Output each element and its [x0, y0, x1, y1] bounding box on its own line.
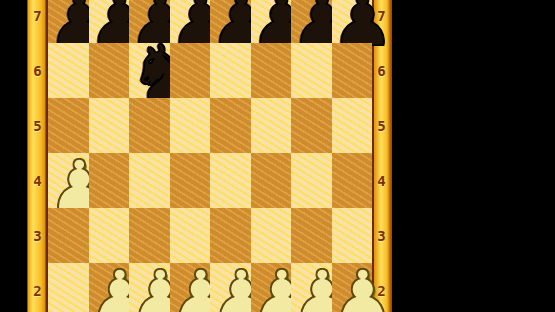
square-f7[interactable]: ♟	[251, 0, 292, 43]
square-d2[interactable]: ♟	[170, 263, 211, 312]
rank-label-left-5: 5	[27, 98, 48, 153]
game-screen: ♟♟♟♟♟♟♟♟♞♟♟♟♟♟♟♟♟ 7 6 5 4 3 2 7 6 5 4 3 …	[0, 0, 555, 312]
square-g2[interactable]: ♟	[291, 263, 332, 312]
square-b2[interactable]: ♟	[89, 263, 130, 312]
square-d4[interactable]	[170, 153, 211, 208]
rank-label-left-6: 6	[27, 43, 48, 98]
square-a3[interactable]	[48, 208, 89, 263]
square-c2[interactable]: ♟	[129, 263, 170, 312]
square-h4[interactable]	[332, 153, 373, 208]
square-g6[interactable]	[291, 43, 332, 98]
square-a2[interactable]	[48, 263, 89, 312]
square-e6[interactable]	[210, 43, 251, 98]
square-a4[interactable]: ♟	[48, 153, 89, 208]
square-h6[interactable]	[332, 43, 373, 98]
rank-label-left-2: 2	[27, 263, 48, 312]
rank-label-right-5: 5	[371, 98, 392, 153]
square-f4[interactable]	[251, 153, 292, 208]
white-pawn[interactable]: ♟	[129, 261, 170, 312]
rank-label-left-3: 3	[27, 208, 48, 263]
square-g5[interactable]	[291, 98, 332, 153]
rank-label-right-6: 6	[371, 43, 392, 98]
square-h2[interactable]: ♟	[332, 263, 373, 312]
square-a7[interactable]: ♟	[48, 0, 89, 43]
square-f5[interactable]	[251, 98, 292, 153]
white-pawn[interactable]: ♟	[210, 261, 251, 312]
square-c6[interactable]: ♞	[129, 43, 170, 98]
square-b7[interactable]: ♟	[89, 0, 130, 43]
rank-label-right-2: 2	[371, 263, 392, 312]
square-b6[interactable]	[89, 43, 130, 98]
square-d6[interactable]	[170, 43, 211, 98]
square-h7[interactable]: ♟	[332, 0, 373, 43]
rank-label-right-7: 7	[371, 0, 392, 43]
square-b4[interactable]	[89, 153, 130, 208]
square-g4[interactable]	[291, 153, 332, 208]
square-c4[interactable]	[129, 153, 170, 208]
rank-label-right-4: 4	[371, 153, 392, 208]
square-a6[interactable]	[48, 43, 89, 98]
square-e5[interactable]	[210, 98, 251, 153]
chess-board: ♟♟♟♟♟♟♟♟♞♟♟♟♟♟♟♟♟	[48, 0, 372, 312]
square-g7[interactable]: ♟	[291, 0, 332, 43]
rank-label-left-4: 4	[27, 153, 48, 208]
white-pawn[interactable]: ♟	[291, 261, 332, 312]
square-e4[interactable]	[210, 153, 251, 208]
rank-label-right-3: 3	[371, 208, 392, 263]
square-f2[interactable]: ♟	[251, 263, 292, 312]
white-pawn[interactable]: ♟	[251, 261, 292, 312]
square-e7[interactable]: ♟	[210, 0, 251, 43]
square-c5[interactable]	[129, 98, 170, 153]
white-pawn[interactable]: ♟	[332, 261, 373, 312]
white-pawn[interactable]: ♟	[170, 261, 211, 312]
white-pawn[interactable]: ♟	[89, 261, 130, 312]
square-f6[interactable]	[251, 43, 292, 98]
square-d5[interactable]	[170, 98, 211, 153]
square-h5[interactable]	[332, 98, 373, 153]
rank-label-left-7: 7	[27, 0, 48, 43]
square-e2[interactable]: ♟	[210, 263, 251, 312]
